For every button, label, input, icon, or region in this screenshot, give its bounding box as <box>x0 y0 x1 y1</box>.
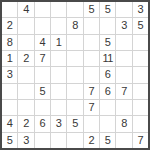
cell-r3c5[interactable] <box>67 35 82 50</box>
cell-r1c9[interactable]: 3 <box>133 2 148 17</box>
cell-r1c5[interactable] <box>67 2 82 17</box>
cell-r2c4[interactable] <box>51 18 66 33</box>
cell-r9c7[interactable]: 5 <box>100 133 115 148</box>
cell-r8c2[interactable]: 2 <box>18 116 33 131</box>
cell-r8c5[interactable]: 5 <box>67 116 82 131</box>
cell-r6c8[interactable]: 7 <box>116 84 131 99</box>
cell-r2c9[interactable]: 5 <box>133 18 148 33</box>
cell-r6c9[interactable] <box>133 84 148 99</box>
cell-r1c3[interactable] <box>35 2 50 17</box>
cell-r6c6[interactable]: 7 <box>84 84 99 99</box>
cell-r7c3[interactable] <box>35 100 50 115</box>
cell-r6c2[interactable] <box>18 84 33 99</box>
cell-r9c6[interactable]: 2 <box>84 133 99 148</box>
cell-r3c4[interactable]: 1 <box>51 35 66 50</box>
cell-r5c9[interactable] <box>133 67 148 82</box>
cell-r9c1[interactable]: 5 <box>2 133 17 148</box>
cell-r8c1[interactable]: 4 <box>2 116 17 131</box>
cell-r4c9[interactable] <box>133 51 148 66</box>
cell-r2c5[interactable]: 8 <box>67 18 82 33</box>
cell-r9c2[interactable]: 3 <box>18 133 33 148</box>
cell-r5c2[interactable] <box>18 67 33 82</box>
cell-r8c3[interactable]: 6 <box>35 116 50 131</box>
cell-r7c7[interactable] <box>100 100 115 115</box>
cell-r2c7[interactable] <box>100 18 115 33</box>
sudoku-board: 45532835841512711365767742635853257 <box>0 0 150 150</box>
cell-r5c6[interactable] <box>84 67 99 82</box>
cell-r4c6[interactable] <box>84 51 99 66</box>
cell-r9c3[interactable] <box>35 133 50 148</box>
cell-r5c1[interactable]: 3 <box>2 67 17 82</box>
cell-r5c8[interactable] <box>116 67 131 82</box>
cell-r7c1[interactable] <box>2 100 17 115</box>
cell-r4c5[interactable] <box>67 51 82 66</box>
cell-r3c6[interactable] <box>84 35 99 50</box>
cell-r6c3[interactable]: 5 <box>35 84 50 99</box>
cell-r1c6[interactable]: 5 <box>84 2 99 17</box>
cell-r2c3[interactable] <box>35 18 50 33</box>
cell-r1c2[interactable]: 4 <box>18 2 33 17</box>
cell-r4c8[interactable] <box>116 51 131 66</box>
cell-r1c4[interactable] <box>51 2 66 17</box>
cell-r6c1[interactable] <box>2 84 17 99</box>
cell-r4c7[interactable]: 11 <box>100 51 115 66</box>
cell-r8c4[interactable]: 3 <box>51 116 66 131</box>
cell-r3c7[interactable]: 5 <box>100 35 115 50</box>
cell-r2c6[interactable] <box>84 18 99 33</box>
cell-r3c8[interactable] <box>116 35 131 50</box>
cell-r7c5[interactable] <box>67 100 82 115</box>
cell-r5c7[interactable]: 6 <box>100 67 115 82</box>
cell-r4c4[interactable] <box>51 51 66 66</box>
cell-r7c4[interactable] <box>51 100 66 115</box>
cell-r3c2[interactable] <box>18 35 33 50</box>
cell-r1c7[interactable]: 5 <box>100 2 115 17</box>
cell-r6c7[interactable]: 6 <box>100 84 115 99</box>
cell-r9c9[interactable]: 7 <box>133 133 148 148</box>
cell-r4c2[interactable]: 2 <box>18 51 33 66</box>
cell-r5c5[interactable] <box>67 67 82 82</box>
cell-r5c4[interactable] <box>51 67 66 82</box>
cell-r7c8[interactable] <box>116 100 131 115</box>
cell-r3c1[interactable]: 8 <box>2 35 17 50</box>
cell-r6c4[interactable] <box>51 84 66 99</box>
cell-r9c5[interactable] <box>67 133 82 148</box>
cell-r3c9[interactable] <box>133 35 148 50</box>
cell-r8c7[interactable] <box>100 116 115 131</box>
cell-r9c4[interactable] <box>51 133 66 148</box>
cell-r7c2[interactable] <box>18 100 33 115</box>
cell-r1c8[interactable] <box>116 2 131 17</box>
cell-r2c1[interactable]: 2 <box>2 18 17 33</box>
cell-r8c8[interactable]: 8 <box>116 116 131 131</box>
cell-r7c6[interactable]: 7 <box>84 100 99 115</box>
cell-r6c5[interactable] <box>67 84 82 99</box>
cell-r2c2[interactable] <box>18 18 33 33</box>
cell-r4c1[interactable]: 1 <box>2 51 17 66</box>
cell-r7c9[interactable] <box>133 100 148 115</box>
cell-r2c8[interactable]: 3 <box>116 18 131 33</box>
cell-r8c9[interactable] <box>133 116 148 131</box>
cell-r4c3[interactable]: 7 <box>35 51 50 66</box>
cell-r9c8[interactable] <box>116 133 131 148</box>
cell-r5c3[interactable] <box>35 67 50 82</box>
cell-r3c3[interactable]: 4 <box>35 35 50 50</box>
cell-r8c6[interactable] <box>84 116 99 131</box>
cell-r1c1[interactable] <box>2 2 17 17</box>
